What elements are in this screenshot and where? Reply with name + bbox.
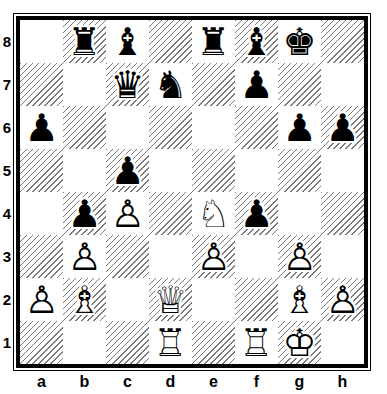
white-rook-icon: ♖ [149,321,192,364]
square-e6[interactable] [192,106,235,149]
white-knight-icon: ♘ [192,192,235,235]
piece-silhouette: ♟ [321,278,364,321]
board-frame: ♜♜♝♝♜♜♝♝♚♚♛♛♞♞♟♟♟♟♟♟♟♟♟♟♟♟♟♙♞♘♟♟♟♙♟♙♟♙♟♙… [13,13,371,371]
black-pawn-icon: ♟ [106,149,149,192]
square-b4[interactable]: ♟♟ [63,192,106,235]
black-king-icon: ♚ [278,20,321,63]
file-label-f: f [235,370,278,394]
piece-silhouette: ♜ [63,20,106,63]
square-h6[interactable]: ♟♟ [321,106,364,149]
square-b7[interactable] [63,63,106,106]
black-rook-icon: ♜ [192,20,235,63]
black-bishop-icon: ♝ [106,20,149,63]
square-e1[interactable] [192,321,235,364]
black-rook-icon: ♜ [63,20,106,63]
square-e4[interactable]: ♞♘ [192,192,235,235]
rank-label-3: 3 [0,235,14,278]
rank-label-7: 7 [0,63,14,106]
black-queen-icon: ♛ [106,63,149,106]
rank-label-1: 1 [0,321,14,364]
square-f8[interactable]: ♝♝ [235,20,278,63]
black-pawn-icon: ♟ [20,106,63,149]
black-bishop-icon: ♝ [235,20,278,63]
white-queen-icon: ♕ [149,278,192,321]
white-pawn-icon: ♙ [278,235,321,278]
square-h7[interactable] [321,63,364,106]
square-a3[interactable] [20,235,63,278]
file-label-a: a [20,370,63,394]
square-c8[interactable]: ♝♝ [106,20,149,63]
white-pawn-icon: ♙ [321,278,364,321]
square-b6[interactable] [63,106,106,149]
square-f1[interactable]: ♜♖ [235,321,278,364]
square-e3[interactable]: ♟♙ [192,235,235,278]
piece-silhouette: ♟ [106,192,149,235]
square-e2[interactable] [192,278,235,321]
file-labels: abcdefgh [20,370,364,394]
rank-label-2: 2 [0,278,14,321]
square-d2[interactable]: ♛♕ [149,278,192,321]
square-b3[interactable]: ♟♙ [63,235,106,278]
piece-silhouette: ♟ [278,235,321,278]
square-d1[interactable]: ♜♖ [149,321,192,364]
white-bishop-icon: ♗ [278,278,321,321]
square-f5[interactable] [235,149,278,192]
square-a1[interactable] [20,321,63,364]
square-a2[interactable]: ♟♙ [20,278,63,321]
black-pawn-icon: ♟ [235,63,278,106]
square-h2[interactable]: ♟♙ [321,278,364,321]
square-c3[interactable] [106,235,149,278]
piece-silhouette: ♚ [278,20,321,63]
piece-silhouette: ♟ [235,63,278,106]
square-h5[interactable] [321,149,364,192]
square-g2[interactable]: ♝♗ [278,278,321,321]
square-a7[interactable] [20,63,63,106]
rank-label-5: 5 [0,149,14,192]
square-c6[interactable] [106,106,149,149]
square-b1[interactable] [63,321,106,364]
square-h8[interactable] [321,20,364,63]
square-c2[interactable] [106,278,149,321]
square-f4[interactable]: ♟♟ [235,192,278,235]
black-pawn-icon: ♟ [63,192,106,235]
rank-label-6: 6 [0,106,14,149]
file-label-b: b [63,370,106,394]
square-a8[interactable] [20,20,63,63]
file-label-c: c [106,370,149,394]
square-c5[interactable]: ♟♟ [106,149,149,192]
board-border: ♜♜♝♝♜♜♝♝♚♚♛♛♞♞♟♟♟♟♟♟♟♟♟♟♟♟♟♙♞♘♟♟♟♙♟♙♟♙♟♙… [16,16,368,368]
chess-diagram: 87654321 ♜♜♝♝♜♜♝♝♚♚♛♛♞♞♟♟♟♟♟♟♟♟♟♟♟♟♟♙♞♘♟… [0,0,387,394]
black-pawn-icon: ♟ [278,106,321,149]
white-pawn-icon: ♙ [63,235,106,278]
square-g7[interactable] [278,63,321,106]
white-king-icon: ♔ [278,321,321,364]
black-pawn-icon: ♟ [321,106,364,149]
square-a5[interactable] [20,149,63,192]
file-label-d: d [149,370,192,394]
piece-silhouette: ♝ [106,20,149,63]
piece-silhouette: ♟ [192,235,235,278]
white-pawn-icon: ♙ [192,235,235,278]
square-f6[interactable] [235,106,278,149]
square-d3[interactable] [149,235,192,278]
rank-label-8: 8 [0,20,14,63]
black-knight-icon: ♞ [149,63,192,106]
square-h4[interactable] [321,192,364,235]
piece-silhouette: ♞ [192,192,235,235]
piece-silhouette: ♝ [63,278,106,321]
square-h3[interactable] [321,235,364,278]
piece-silhouette: ♜ [235,321,278,364]
square-b5[interactable] [63,149,106,192]
square-d5[interactable] [149,149,192,192]
square-d7[interactable]: ♞♞ [149,63,192,106]
file-label-h: h [321,370,364,394]
square-c4[interactable]: ♟♙ [106,192,149,235]
square-a4[interactable] [20,192,63,235]
piece-silhouette: ♝ [278,278,321,321]
square-d4[interactable] [149,192,192,235]
white-bishop-icon: ♗ [63,278,106,321]
square-a6[interactable]: ♟♟ [20,106,63,149]
piece-silhouette: ♟ [20,106,63,149]
square-c1[interactable] [106,321,149,364]
piece-silhouette: ♟ [235,192,278,235]
rank-labels: 87654321 [0,20,14,364]
square-f2[interactable] [235,278,278,321]
file-label-g: g [278,370,321,394]
square-g1[interactable]: ♚♔ [278,321,321,364]
rank-label-4: 4 [0,192,14,235]
square-g8[interactable]: ♚♚ [278,20,321,63]
white-rook-icon: ♖ [235,321,278,364]
piece-silhouette: ♝ [235,20,278,63]
square-g5[interactable] [278,149,321,192]
square-h1[interactable] [321,321,364,364]
square-g6[interactable]: ♟♟ [278,106,321,149]
piece-silhouette: ♟ [63,192,106,235]
square-c7[interactable]: ♛♛ [106,63,149,106]
square-f7[interactable]: ♟♟ [235,63,278,106]
square-e7[interactable] [192,63,235,106]
white-pawn-icon: ♙ [20,278,63,321]
file-label-e: e [192,370,235,394]
piece-silhouette: ♛ [106,63,149,106]
square-f3[interactable] [235,235,278,278]
square-d6[interactable] [149,106,192,149]
square-e8[interactable]: ♜♜ [192,20,235,63]
piece-silhouette: ♚ [278,321,321,364]
piece-silhouette: ♟ [106,149,149,192]
piece-silhouette: ♟ [321,106,364,149]
white-pawn-icon: ♙ [106,192,149,235]
piece-silhouette: ♟ [278,106,321,149]
square-d8[interactable] [149,20,192,63]
piece-silhouette: ♛ [149,278,192,321]
piece-silhouette: ♟ [20,278,63,321]
chessboard: ♜♜♝♝♜♜♝♝♚♚♛♛♞♞♟♟♟♟♟♟♟♟♟♟♟♟♟♙♞♘♟♟♟♙♟♙♟♙♟♙… [20,20,364,364]
piece-silhouette: ♟ [63,235,106,278]
square-g3[interactable]: ♟♙ [278,235,321,278]
piece-silhouette: ♞ [149,63,192,106]
square-g4[interactable] [278,192,321,235]
square-b2[interactable]: ♝♗ [63,278,106,321]
square-b8[interactable]: ♜♜ [63,20,106,63]
piece-silhouette: ♜ [192,20,235,63]
black-pawn-icon: ♟ [235,192,278,235]
square-e5[interactable] [192,149,235,192]
piece-silhouette: ♜ [149,321,192,364]
